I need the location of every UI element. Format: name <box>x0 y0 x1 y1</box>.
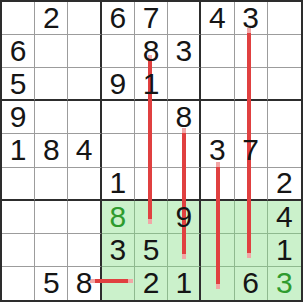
annotation-line-row9 <box>90 279 133 283</box>
given-digit-r1c5: 7 <box>143 3 160 33</box>
cell-r6c2[interactable] <box>35 168 68 201</box>
cell-r5c4[interactable] <box>102 134 135 167</box>
cell-r3c5[interactable]: 1 <box>135 68 168 101</box>
cell-r9c1[interactable] <box>2 267 35 300</box>
cell-r7c4[interactable]: 8 <box>102 201 135 234</box>
given-digit-r9c8: 6 <box>242 268 259 298</box>
cell-r7c9[interactable]: 4 <box>268 201 301 234</box>
given-digit-r6c9: 2 <box>276 168 293 198</box>
cell-r7c3[interactable] <box>68 201 101 234</box>
cell-r6c3[interactable] <box>68 168 101 201</box>
given-digit-r4c1: 9 <box>10 102 27 132</box>
cell-r6c1[interactable] <box>2 168 35 201</box>
cell-r1c2[interactable]: 2 <box>35 2 68 35</box>
cell-r2c6[interactable]: 3 <box>168 35 201 68</box>
cell-r8c9[interactable]: 1 <box>268 234 301 267</box>
cell-r6c4[interactable]: 1 <box>102 168 135 201</box>
cell-r3c2[interactable] <box>35 68 68 101</box>
given-digit-r9c2: 5 <box>43 268 60 298</box>
cell-r1c3[interactable] <box>68 2 101 35</box>
cell-r4c4[interactable] <box>102 101 135 134</box>
cell-r7c1[interactable] <box>2 201 35 234</box>
cell-r7c6[interactable]: 9 <box>168 201 201 234</box>
cell-r4c6[interactable]: 8 <box>168 101 201 134</box>
cell-r5c2[interactable]: 8 <box>35 134 68 167</box>
given-digit-r6c4: 1 <box>109 168 126 198</box>
cell-r4c1[interactable]: 9 <box>2 101 35 134</box>
cell-r1c7[interactable]: 4 <box>201 2 234 35</box>
cell-r2c3[interactable] <box>68 35 101 68</box>
given-digit-r2c5: 8 <box>143 36 160 66</box>
annotation-line-col6 <box>182 128 186 259</box>
cell-r1c5[interactable]: 7 <box>135 2 168 35</box>
given-digit-r9c5: 2 <box>143 268 160 298</box>
cell-r3c1[interactable]: 5 <box>2 68 35 101</box>
cell-r3c6[interactable] <box>168 68 201 101</box>
given-digit-r5c7: 3 <box>209 135 226 165</box>
given-digit-r8c4: 3 <box>109 235 126 265</box>
cell-r4c7[interactable] <box>201 101 234 134</box>
cell-r8c1[interactable] <box>2 234 35 267</box>
cell-r5c9[interactable] <box>268 134 301 167</box>
cell-r5c1[interactable]: 1 <box>2 134 35 167</box>
cell-r3c9[interactable] <box>268 68 301 101</box>
given-digit-r5c1: 1 <box>10 135 27 165</box>
given-digit-r5c3: 4 <box>76 135 93 165</box>
given-digit-r5c2: 8 <box>43 135 60 165</box>
cell-r5c8[interactable]: 7 <box>235 134 268 167</box>
cell-r7c8[interactable] <box>235 201 268 234</box>
solved-digit-r7c4: 8 <box>109 202 126 232</box>
given-digit-r7c9: 4 <box>276 202 293 232</box>
cell-r5c3[interactable]: 4 <box>68 134 101 167</box>
cell-r3c7[interactable] <box>201 68 234 101</box>
cell-r8c5[interactable]: 5 <box>135 234 168 267</box>
given-digit-r3c1: 5 <box>10 69 27 99</box>
cell-r4c8[interactable] <box>235 101 268 134</box>
cell-r8c8[interactable] <box>235 234 268 267</box>
cell-r3c8[interactable] <box>235 68 268 101</box>
sudoku-board: 26743683591981843712894351582163 <box>0 0 303 302</box>
cell-r9c5[interactable]: 2 <box>135 267 168 300</box>
cell-r2c1[interactable]: 6 <box>2 35 35 68</box>
cell-r9c8[interactable]: 6 <box>235 267 268 300</box>
cell-r9c6[interactable]: 1 <box>168 267 201 300</box>
cell-r9c4[interactable] <box>102 267 135 300</box>
cell-r2c8[interactable] <box>235 35 268 68</box>
given-digit-r1c2: 2 <box>43 3 60 33</box>
cell-r9c9[interactable]: 3 <box>268 267 301 300</box>
given-digit-r1c4: 6 <box>109 3 126 33</box>
given-digit-r2c6: 3 <box>175 36 192 66</box>
given-digit-r3c4: 9 <box>109 69 126 99</box>
given-digit-r3c5: 1 <box>143 69 160 99</box>
given-digit-r1c8: 3 <box>242 3 259 33</box>
cell-r1c6[interactable] <box>168 2 201 35</box>
cell-r1c1[interactable] <box>2 2 35 35</box>
given-digit-r9c6: 1 <box>175 268 192 298</box>
cell-r2c2[interactable] <box>35 35 68 68</box>
annotation-line-col7 <box>216 162 220 289</box>
cell-r4c2[interactable] <box>35 101 68 134</box>
cell-r4c3[interactable] <box>68 101 101 134</box>
cell-r4c9[interactable] <box>268 101 301 134</box>
cell-r8c4[interactable]: 3 <box>102 234 135 267</box>
cell-r7c2[interactable] <box>35 201 68 234</box>
cell-r8c3[interactable] <box>68 234 101 267</box>
cell-r2c9[interactable] <box>268 35 301 68</box>
cell-r1c8[interactable]: 3 <box>235 2 268 35</box>
given-digit-r4c6: 8 <box>175 102 192 132</box>
cell-r5c7[interactable]: 3 <box>201 134 234 167</box>
cell-r9c2[interactable]: 5 <box>35 267 68 300</box>
cell-r3c4[interactable]: 9 <box>102 68 135 101</box>
given-digit-r8c5: 5 <box>143 235 160 265</box>
cell-r2c5[interactable]: 8 <box>135 35 168 68</box>
cell-r6c9[interactable]: 2 <box>268 168 301 201</box>
given-digit-r2c1: 6 <box>10 36 27 66</box>
cell-r1c4[interactable]: 6 <box>102 2 135 35</box>
given-digit-r7c6: 9 <box>175 202 192 232</box>
cell-r3c3[interactable] <box>68 68 101 101</box>
cell-r8c2[interactable] <box>35 234 68 267</box>
cell-r2c4[interactable] <box>102 35 135 68</box>
cell-r6c8[interactable] <box>235 168 268 201</box>
given-digit-r5c8: 7 <box>242 135 259 165</box>
given-digit-r9c3: 8 <box>76 268 93 298</box>
cell-r1c9[interactable] <box>268 2 301 35</box>
cell-r9c3[interactable]: 8 <box>68 267 101 300</box>
given-digit-r8c9: 1 <box>276 235 293 265</box>
cell-r2c7[interactable] <box>201 35 234 68</box>
given-digit-r1c7: 4 <box>209 3 226 33</box>
solved-digit-r9c9: 3 <box>276 268 293 298</box>
